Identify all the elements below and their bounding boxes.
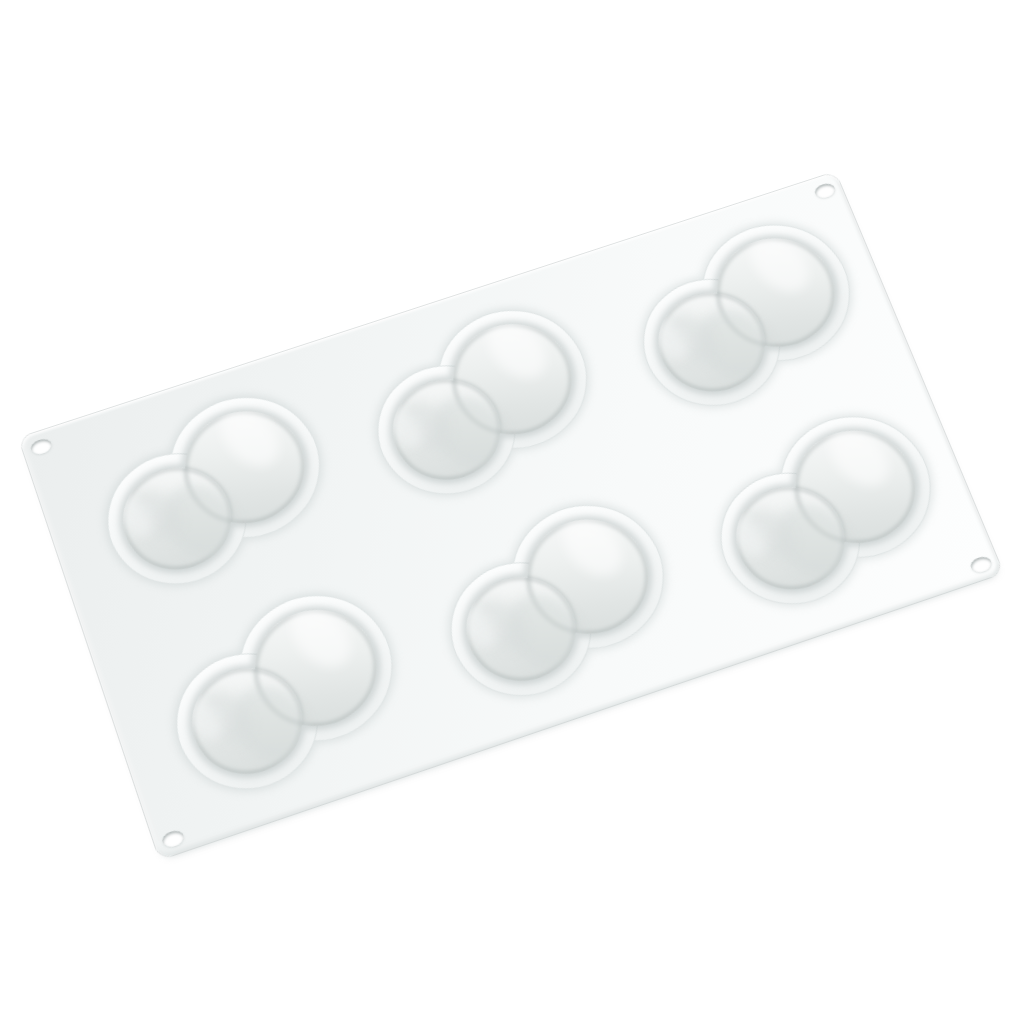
corner-hanging-hole-3	[968, 554, 993, 574]
mold-tray	[19, 172, 1003, 860]
corner-hanging-hole-4	[160, 828, 185, 849]
product-photo-scene	[0, 0, 1024, 1024]
corner-hanging-hole-1	[28, 437, 52, 457]
corner-hanging-hole-2	[812, 181, 836, 200]
